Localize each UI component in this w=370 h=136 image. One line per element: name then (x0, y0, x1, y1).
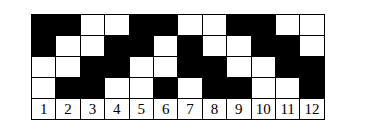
grid-cell-r1-c9 (227, 15, 250, 35)
grid-cell-r3-c8 (203, 57, 226, 77)
grid-cell-r3-c12 (300, 57, 323, 77)
grid-cell-r2-c12 (300, 36, 323, 56)
grid-cell-r2-c8 (203, 36, 226, 56)
grid-cell-r2-c11 (276, 36, 299, 56)
grid-cell-r4-c3 (81, 78, 104, 98)
grid-cell-r4-c7 (178, 78, 201, 98)
grid-cell-r1-c4 (105, 15, 128, 35)
grid-cell-r4-c10 (252, 78, 275, 98)
grid-cell-r3-c9 (227, 57, 250, 77)
grid-cell-r4-c2 (56, 78, 79, 98)
column-label-cell-7: 7 (178, 99, 201, 119)
grid-cell-r1-c1 (32, 15, 55, 35)
column-label-cell-8: 8 (203, 99, 226, 119)
grid-cell-r1-c5 (130, 15, 153, 35)
grid-cell-r2-c4 (105, 36, 128, 56)
column-label-cell-1: 1 (32, 99, 55, 119)
grid-cell-r3-c3 (81, 57, 104, 77)
grid-cell-r1-c11 (276, 15, 299, 35)
grid-cell-r1-c6 (154, 15, 177, 35)
column-label-cell-6: 6 (154, 99, 177, 119)
column-label-cell-5: 5 (130, 99, 153, 119)
grid-cell-r2-c1 (32, 36, 55, 56)
grid-cell-r2-c9 (227, 36, 250, 56)
column-label-cell-11: 11 (276, 99, 299, 119)
grid-cell-r3-c2 (56, 57, 79, 77)
grid-cell-r3-c1 (32, 57, 55, 77)
grid-cell-r4-c8 (203, 78, 226, 98)
pattern-grid: 123456789101112 (31, 14, 325, 120)
grid-cell-r1-c3 (81, 15, 104, 35)
grid-cell-r1-c12 (300, 15, 323, 35)
grid-cell-r2-c7 (178, 36, 201, 56)
grid-cell-r4-c6 (154, 78, 177, 98)
grid-cell-r4-c9 (227, 78, 250, 98)
grid-cell-r3-c10 (252, 57, 275, 77)
column-label-cell-2: 2 (56, 99, 79, 119)
grid-cell-r3-c6 (154, 57, 177, 77)
column-label-cell-9: 9 (227, 99, 250, 119)
grid-cell-r2-c2 (56, 36, 79, 56)
grid-cell-r2-c6 (154, 36, 177, 56)
grid-cell-r4-c4 (105, 78, 128, 98)
grid-cell-r2-c3 (81, 36, 104, 56)
grid-cell-r3-c4 (105, 57, 128, 77)
grid-cell-r2-c10 (252, 36, 275, 56)
column-label-cell-12: 12 (300, 99, 323, 119)
grid-cell-r2-c5 (130, 36, 153, 56)
grid-cell-r4-c12 (300, 78, 323, 98)
grid-cell-r4-c5 (130, 78, 153, 98)
grid-cell-r1-c7 (178, 15, 201, 35)
grid-cell-r4-c1 (32, 78, 55, 98)
grid-cell-r3-c11 (276, 57, 299, 77)
column-label-cell-3: 3 (81, 99, 104, 119)
grid-cell-r1-c8 (203, 15, 226, 35)
grid-cell-r1-c2 (56, 15, 79, 35)
grid-cell-r1-c10 (252, 15, 275, 35)
grid-cell-r4-c11 (276, 78, 299, 98)
grid-cell-r3-c5 (130, 57, 153, 77)
column-label-cell-4: 4 (105, 99, 128, 119)
grid-cell-r3-c7 (178, 57, 201, 77)
weaving-draft-figure: 123456789101112 (0, 0, 370, 136)
column-label-cell-10: 10 (252, 99, 275, 119)
